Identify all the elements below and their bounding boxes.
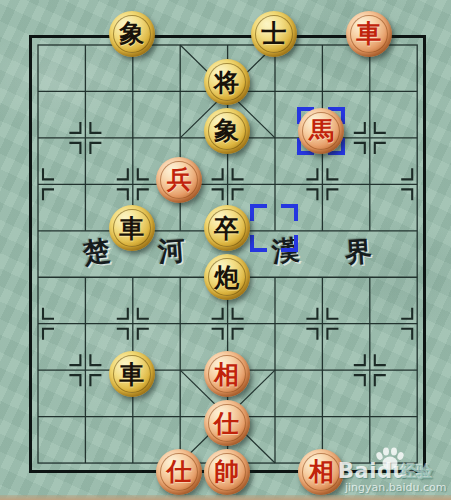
piece-black-elephant[interactable]: 象 (109, 11, 155, 57)
piece-red-general[interactable]: 帥 (204, 449, 250, 495)
bottom-edge-strip (0, 495, 451, 500)
piece-black-cannon[interactable]: 炮 (204, 254, 250, 300)
piece-black-chariot[interactable]: 車 (109, 351, 155, 397)
xiangqi-board[interactable]: 楚 河 漢 界 象士車将象馬兵車卒炮車相仕仕帥相 Baidu 经验 jingya… (0, 0, 451, 500)
piece-red-elephant[interactable]: 相 (298, 449, 344, 495)
piece-black-elephant[interactable]: 象 (204, 108, 250, 154)
piece-red-chariot[interactable]: 車 (346, 11, 392, 57)
piece-red-horse[interactable]: 馬 (298, 108, 344, 154)
piece-red-elephant[interactable]: 相 (204, 351, 250, 397)
piece-black-general[interactable]: 将 (204, 59, 250, 105)
piece-black-chariot[interactable]: 車 (109, 205, 155, 251)
piece-black-soldier[interactable]: 卒 (204, 205, 250, 251)
piece-black-advisor[interactable]: 士 (251, 11, 297, 57)
piece-red-advisor[interactable]: 仕 (204, 400, 250, 446)
piece-red-soldier[interactable]: 兵 (156, 157, 202, 203)
piece-red-advisor[interactable]: 仕 (156, 449, 202, 495)
